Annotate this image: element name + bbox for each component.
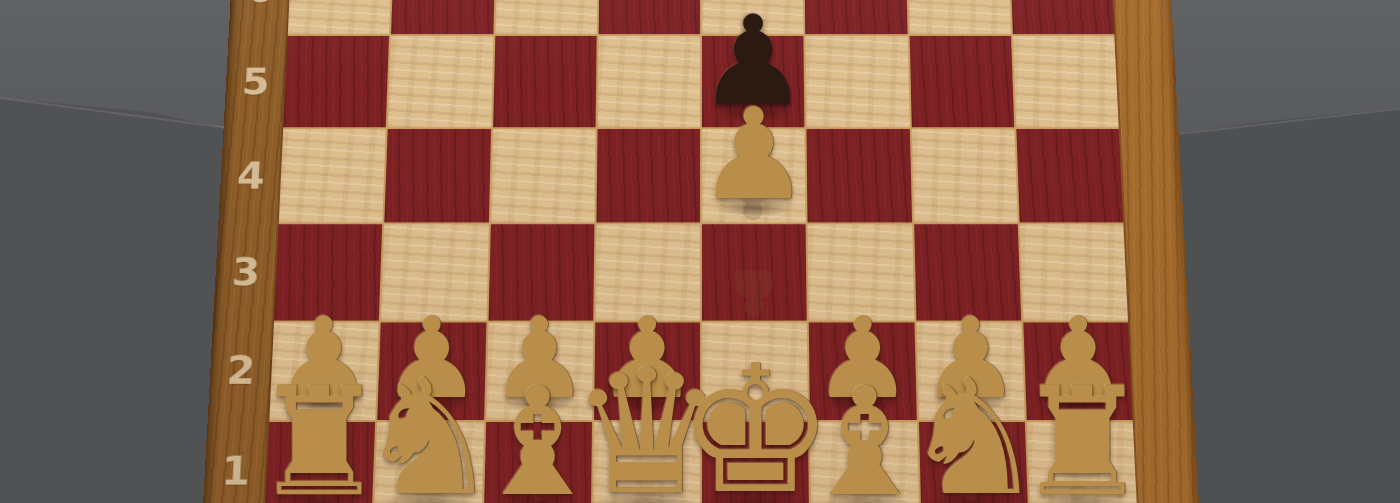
- square-h4[interactable]: [1016, 129, 1123, 223]
- square-c6[interactable]: [495, 0, 598, 33]
- square-g6[interactable]: [907, 0, 1011, 33]
- square-g5[interactable]: [909, 35, 1014, 127]
- square-h5[interactable]: [1013, 35, 1119, 127]
- square-d5[interactable]: [597, 35, 700, 127]
- square-f5[interactable]: [806, 35, 910, 127]
- square-h6[interactable]: [1009, 0, 1114, 33]
- piece-white-rook-h1[interactable]: ♜♜: [1015, 371, 1149, 503]
- piece-white-pawn-e4[interactable]: ♟♟: [697, 95, 810, 215]
- square-a6[interactable]: [288, 0, 393, 33]
- square-c4[interactable]: [490, 129, 595, 223]
- square-b5[interactable]: [388, 35, 493, 127]
- rank-label-4: 4: [220, 150, 283, 201]
- white-pawn-icon: ♟: [697, 95, 810, 215]
- square-f4[interactable]: [807, 129, 912, 223]
- square-b4[interactable]: [385, 129, 491, 223]
- square-a5[interactable]: [283, 35, 389, 127]
- rank-label-6: 6: [230, 0, 291, 13]
- rank-label-3: 3: [214, 245, 277, 297]
- square-d4[interactable]: [596, 129, 700, 223]
- square-d6[interactable]: [598, 0, 700, 33]
- chess-app-viewport: 12345678 ♜♜♞♞♝♝♛♛♚♚♝♝♞♞♜♜♟♟♟♟♟♟♟♟♟♟♟♟♟♟♟…: [0, 0, 1400, 503]
- square-b6[interactable]: [391, 0, 495, 33]
- square-f6[interactable]: [804, 0, 907, 33]
- white-rook-icon: ♜: [1015, 371, 1149, 503]
- square-g4[interactable]: [911, 129, 1017, 223]
- square-c5[interactable]: [493, 35, 597, 127]
- rank-label-5: 5: [225, 56, 287, 106]
- square-a4[interactable]: [279, 129, 386, 223]
